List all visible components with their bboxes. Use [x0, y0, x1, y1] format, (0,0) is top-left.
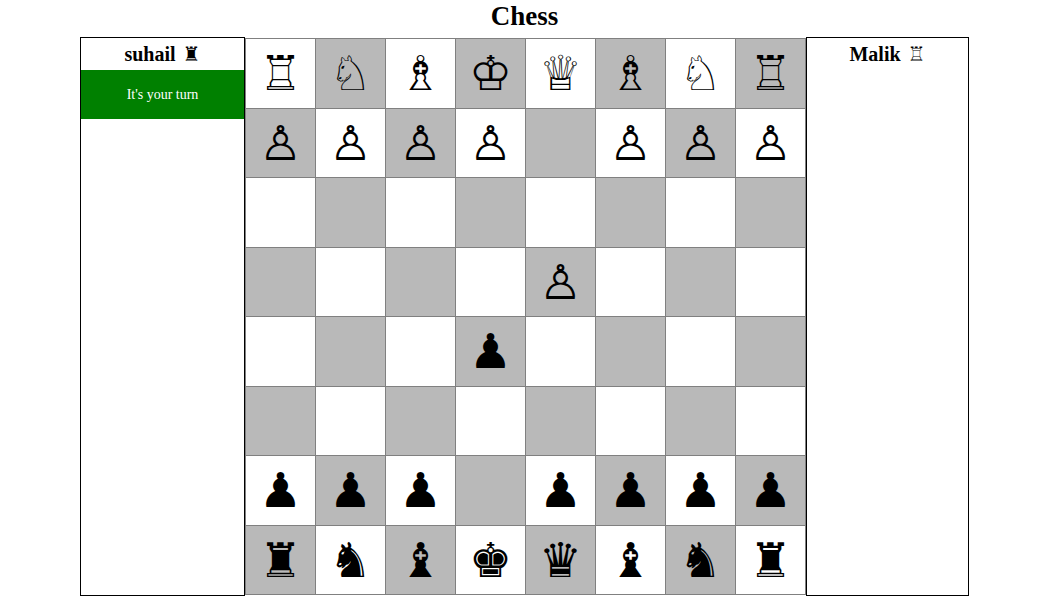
- square-f1[interactable]: ♗: [386, 39, 456, 109]
- square-h7[interactable]: ♟: [246, 456, 316, 526]
- square-h1[interactable]: ♖: [246, 39, 316, 109]
- square-d3[interactable]: [526, 178, 596, 248]
- square-g1[interactable]: ♘: [316, 39, 386, 109]
- black-bishop-icon: ♝: [399, 536, 442, 584]
- white-knight-icon: ♘: [329, 49, 372, 97]
- square-c8[interactable]: ♝: [596, 526, 666, 596]
- square-h4[interactable]: [246, 248, 316, 318]
- square-e6[interactable]: [456, 387, 526, 457]
- square-g7[interactable]: ♟: [316, 456, 386, 526]
- square-f6[interactable]: [386, 387, 456, 457]
- black-pawn-icon: ♟: [679, 466, 722, 514]
- square-h8[interactable]: ♜: [246, 526, 316, 596]
- chess-board: ♖♘♗♔♕♗♘♖♙♙♙♙♙♙♙♙♟♟♟♟♟♟♟♟♜♞♝♚♛♝♞♜: [245, 38, 806, 595]
- white-knight-icon: ♘: [679, 49, 722, 97]
- square-d5[interactable]: [526, 317, 596, 387]
- right-player-panel: Malik ♖: [806, 37, 969, 596]
- left-player-panel: suhail ♜ It's your turn: [80, 37, 245, 596]
- square-d8[interactable]: ♛: [526, 526, 596, 596]
- square-g6[interactable]: [316, 387, 386, 457]
- square-a2[interactable]: ♙: [736, 109, 806, 179]
- square-c4[interactable]: [596, 248, 666, 318]
- square-c3[interactable]: [596, 178, 666, 248]
- square-c2[interactable]: ♙: [596, 109, 666, 179]
- black-pawn-icon: ♟: [749, 466, 792, 514]
- white-pawn-icon: ♙: [469, 119, 512, 167]
- square-c6[interactable]: [596, 387, 666, 457]
- square-f7[interactable]: ♟: [386, 456, 456, 526]
- square-e1[interactable]: ♔: [456, 39, 526, 109]
- square-f5[interactable]: [386, 317, 456, 387]
- square-a4[interactable]: [736, 248, 806, 318]
- black-pawn-icon: ♟: [399, 466, 442, 514]
- square-b1[interactable]: ♘: [666, 39, 736, 109]
- square-a1[interactable]: ♖: [736, 39, 806, 109]
- turn-status-text: It's your turn: [127, 87, 199, 103]
- square-e2[interactable]: ♙: [456, 109, 526, 179]
- white-rook-icon: ♖: [749, 49, 792, 97]
- square-g2[interactable]: ♙: [316, 109, 386, 179]
- black-rook-icon: ♜: [259, 536, 302, 584]
- left-player-row: suhail ♜: [81, 38, 244, 70]
- square-b7[interactable]: ♟: [666, 456, 736, 526]
- black-queen-icon: ♛: [539, 536, 582, 584]
- square-f3[interactable]: [386, 178, 456, 248]
- square-a8[interactable]: ♜: [736, 526, 806, 596]
- white-pawn-icon: ♙: [539, 258, 582, 306]
- white-bishop-icon: ♗: [399, 49, 442, 97]
- black-pawn-icon: ♟: [259, 466, 302, 514]
- black-pawn-icon: ♟: [609, 466, 652, 514]
- square-b8[interactable]: ♞: [666, 526, 736, 596]
- white-pawn-icon: ♙: [749, 119, 792, 167]
- square-a5[interactable]: [736, 317, 806, 387]
- black-bishop-icon: ♝: [609, 536, 652, 584]
- white-pawn-icon: ♙: [679, 119, 722, 167]
- black-pawn-icon: ♟: [539, 466, 582, 514]
- square-f8[interactable]: ♝: [386, 526, 456, 596]
- square-h6[interactable]: [246, 387, 316, 457]
- white-rook-icon: ♖: [259, 49, 302, 97]
- black-pawn-icon: ♟: [469, 327, 512, 375]
- white-bishop-icon: ♗: [609, 49, 652, 97]
- black-knight-icon: ♞: [679, 536, 722, 584]
- square-e5[interactable]: ♟: [456, 317, 526, 387]
- black-knight-icon: ♞: [329, 536, 372, 584]
- square-f2[interactable]: ♙: [386, 109, 456, 179]
- square-b3[interactable]: [666, 178, 736, 248]
- square-b4[interactable]: [666, 248, 736, 318]
- square-e7[interactable]: [456, 456, 526, 526]
- square-b6[interactable]: [666, 387, 736, 457]
- square-b2[interactable]: ♙: [666, 109, 736, 179]
- white-king-icon: ♔: [469, 49, 512, 97]
- white-pawn-icon: ♙: [399, 119, 442, 167]
- square-h3[interactable]: [246, 178, 316, 248]
- square-d7[interactable]: ♟: [526, 456, 596, 526]
- square-e8[interactable]: ♚: [456, 526, 526, 596]
- square-g5[interactable]: [316, 317, 386, 387]
- square-d2[interactable]: [526, 109, 596, 179]
- black-king-icon: ♚: [469, 536, 512, 584]
- square-g4[interactable]: [316, 248, 386, 318]
- white-pawn-icon: ♙: [609, 119, 652, 167]
- square-h5[interactable]: [246, 317, 316, 387]
- square-f4[interactable]: [386, 248, 456, 318]
- square-d1[interactable]: ♕: [526, 39, 596, 109]
- white-pawn-icon: ♙: [329, 119, 372, 167]
- white-pawn-icon: ♙: [259, 119, 302, 167]
- square-e4[interactable]: [456, 248, 526, 318]
- square-c1[interactable]: ♗: [596, 39, 666, 109]
- square-b5[interactable]: [666, 317, 736, 387]
- right-player-name: Malik: [849, 43, 900, 66]
- square-g3[interactable]: [316, 178, 386, 248]
- black-rook-icon: ♜: [749, 536, 792, 584]
- left-player-name: suhail: [124, 43, 175, 66]
- square-a3[interactable]: [736, 178, 806, 248]
- square-h2[interactable]: ♙: [246, 109, 316, 179]
- square-d6[interactable]: [526, 387, 596, 457]
- square-a7[interactable]: ♟: [736, 456, 806, 526]
- white-queen-icon: ♕: [539, 49, 582, 97]
- black-rook-icon: ♜: [183, 44, 201, 64]
- square-g8[interactable]: ♞: [316, 526, 386, 596]
- square-e3[interactable]: [456, 178, 526, 248]
- black-pawn-icon: ♟: [329, 466, 372, 514]
- right-player-row: Malik ♖: [807, 38, 968, 70]
- square-d4[interactable]: ♙: [526, 248, 596, 318]
- white-rook-icon: ♖: [908, 44, 926, 64]
- turn-status-banner: It's your turn: [81, 70, 244, 119]
- square-c7[interactable]: ♟: [596, 456, 666, 526]
- page-title: Chess: [80, 1, 969, 32]
- square-c5[interactable]: [596, 317, 666, 387]
- square-a6[interactable]: [736, 387, 806, 457]
